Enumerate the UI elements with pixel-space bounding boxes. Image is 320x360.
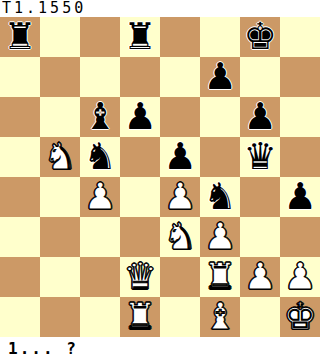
white-rook[interactable]: ♜: [203, 257, 236, 297]
black-rook[interactable]: ♜: [123, 17, 156, 57]
black-pawn[interactable]: ♟: [203, 57, 236, 97]
square-c6[interactable]: ♝: [80, 97, 120, 137]
black-knight[interactable]: ♞: [83, 137, 116, 177]
square-h7[interactable]: [280, 57, 320, 97]
black-pawn[interactable]: ♟: [243, 97, 276, 137]
square-a1[interactable]: [0, 297, 40, 337]
square-g2[interactable]: ♟: [240, 257, 280, 297]
square-e4[interactable]: ♟: [160, 177, 200, 217]
white-knight[interactable]: ♞: [43, 137, 76, 177]
square-b8[interactable]: [40, 17, 80, 57]
square-h1[interactable]: ♚: [280, 297, 320, 337]
square-g6[interactable]: ♟: [240, 97, 280, 137]
square-g7[interactable]: [240, 57, 280, 97]
white-pawn[interactable]: ♟: [283, 257, 316, 297]
square-g5[interactable]: ♛: [240, 137, 280, 177]
square-e7[interactable]: [160, 57, 200, 97]
square-h5[interactable]: [280, 137, 320, 177]
square-a5[interactable]: [0, 137, 40, 177]
black-bishop[interactable]: ♝: [83, 97, 116, 137]
square-c4[interactable]: ♟: [80, 177, 120, 217]
square-g8[interactable]: ♚: [240, 17, 280, 57]
square-h2[interactable]: ♟: [280, 257, 320, 297]
square-d5[interactable]: [120, 137, 160, 177]
black-pawn[interactable]: ♟: [163, 137, 196, 177]
square-e8[interactable]: [160, 17, 200, 57]
black-rook[interactable]: ♜: [3, 17, 36, 57]
square-g4[interactable]: [240, 177, 280, 217]
square-b7[interactable]: [40, 57, 80, 97]
square-a2[interactable]: [0, 257, 40, 297]
square-f8[interactable]: [200, 17, 240, 57]
square-d6[interactable]: ♟: [120, 97, 160, 137]
square-a7[interactable]: [0, 57, 40, 97]
square-f3[interactable]: ♟: [200, 217, 240, 257]
square-f6[interactable]: [200, 97, 240, 137]
square-f1[interactable]: ♝: [200, 297, 240, 337]
move-prompt: 1... ?: [8, 339, 78, 358]
black-pawn[interactable]: ♟: [283, 177, 316, 217]
square-e2[interactable]: [160, 257, 200, 297]
square-d3[interactable]: [120, 217, 160, 257]
square-d1[interactable]: ♜: [120, 297, 160, 337]
square-g1[interactable]: [240, 297, 280, 337]
black-queen[interactable]: ♛: [243, 137, 276, 177]
square-d8[interactable]: ♜: [120, 17, 160, 57]
black-king[interactable]: ♚: [243, 17, 276, 57]
square-b6[interactable]: [40, 97, 80, 137]
white-king[interactable]: ♚: [283, 297, 316, 337]
square-b4[interactable]: [40, 177, 80, 217]
square-f4[interactable]: ♞: [200, 177, 240, 217]
square-b3[interactable]: [40, 217, 80, 257]
square-h3[interactable]: [280, 217, 320, 257]
square-a8[interactable]: ♜: [0, 17, 40, 57]
white-queen[interactable]: ♛: [123, 257, 156, 297]
square-c3[interactable]: [80, 217, 120, 257]
square-e6[interactable]: [160, 97, 200, 137]
square-e5[interactable]: ♟: [160, 137, 200, 177]
square-h8[interactable]: [280, 17, 320, 57]
square-f7[interactable]: ♟: [200, 57, 240, 97]
square-e3[interactable]: ♞: [160, 217, 200, 257]
chess-board: ♜♜♚♟♝♟♟♞♞♟♛♟♟♞♟♞♟♛♜♟♟♜♝♚: [0, 17, 320, 337]
square-c7[interactable]: [80, 57, 120, 97]
square-h4[interactable]: ♟: [280, 177, 320, 217]
square-c1[interactable]: [80, 297, 120, 337]
black-pawn[interactable]: ♟: [123, 97, 156, 137]
white-pawn[interactable]: ♟: [83, 177, 116, 217]
status-bar: 1... ?: [0, 337, 320, 360]
square-d4[interactable]: [120, 177, 160, 217]
square-d7[interactable]: [120, 57, 160, 97]
square-b1[interactable]: [40, 297, 80, 337]
square-c5[interactable]: ♞: [80, 137, 120, 177]
white-knight[interactable]: ♞: [163, 217, 196, 257]
white-pawn[interactable]: ♟: [163, 177, 196, 217]
square-h6[interactable]: [280, 97, 320, 137]
square-g3[interactable]: [240, 217, 280, 257]
square-a4[interactable]: [0, 177, 40, 217]
square-c8[interactable]: [80, 17, 120, 57]
square-a6[interactable]: [0, 97, 40, 137]
black-knight[interactable]: ♞: [203, 177, 236, 217]
square-f2[interactable]: ♜: [200, 257, 240, 297]
square-f5[interactable]: [200, 137, 240, 177]
square-c2[interactable]: [80, 257, 120, 297]
white-pawn[interactable]: ♟: [243, 257, 276, 297]
white-pawn[interactable]: ♟: [203, 217, 236, 257]
square-a3[interactable]: [0, 217, 40, 257]
square-e1[interactable]: [160, 297, 200, 337]
white-rook[interactable]: ♜: [123, 297, 156, 337]
white-bishop[interactable]: ♝: [203, 297, 236, 337]
square-b2[interactable]: [40, 257, 80, 297]
square-b5[interactable]: ♞: [40, 137, 80, 177]
square-d2[interactable]: ♛: [120, 257, 160, 297]
